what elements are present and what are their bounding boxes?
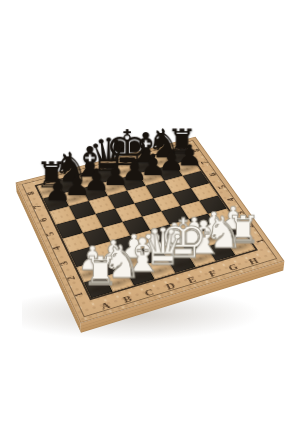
product-photo: ♜♞♝♛♚♝♞♜♟♟♟♟♟♟♟♟♟♟♟♟♟♟♟♟♜♞♝♛♚♝♞♜ 8765432… xyxy=(0,0,287,431)
piece-black-pawn-a7[interactable]: ♟ xyxy=(25,176,88,205)
piece-white-rook-a1[interactable]: ♜ xyxy=(65,252,134,290)
square-a1[interactable]: ♜ xyxy=(83,276,112,298)
